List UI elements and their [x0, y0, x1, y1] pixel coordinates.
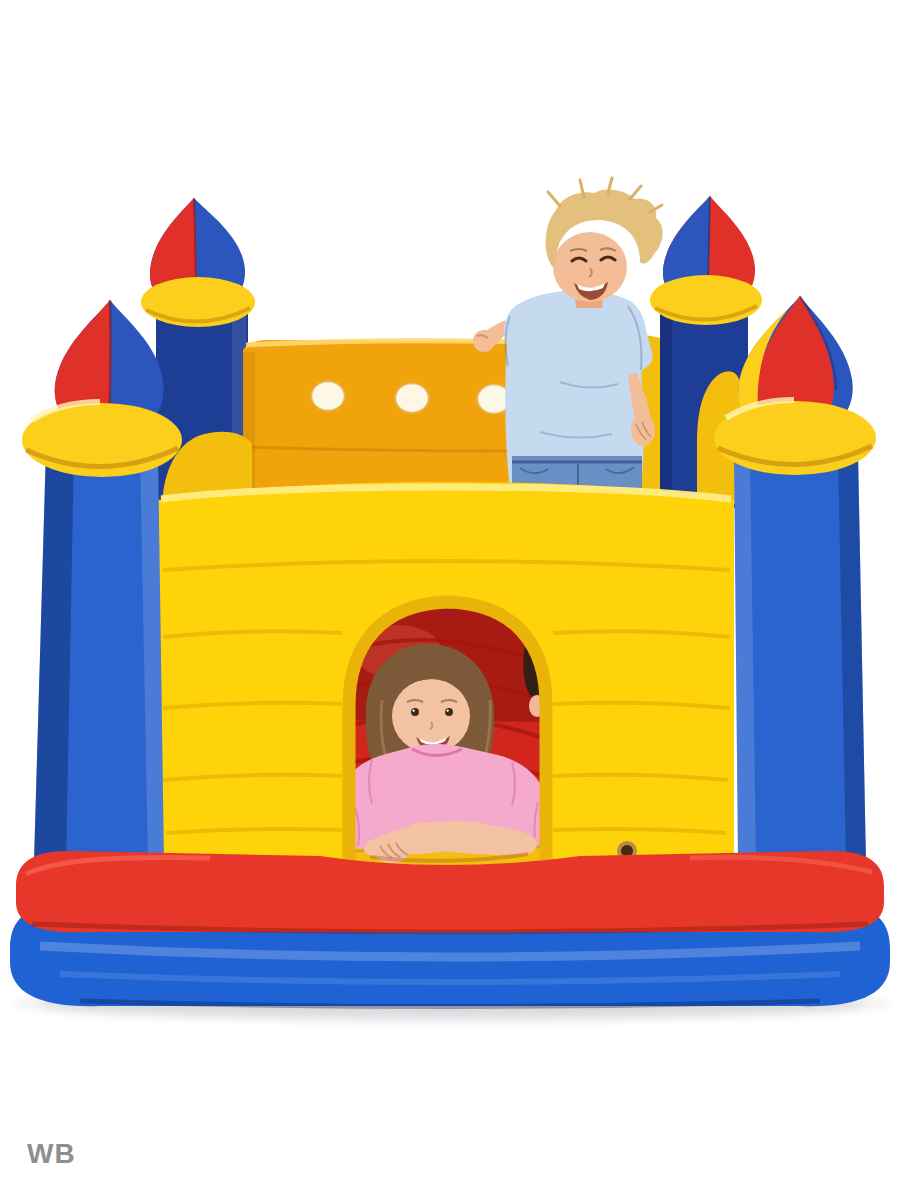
arch-doorway — [332, 602, 552, 874]
tower-ring — [714, 400, 876, 475]
tower-ring — [650, 275, 762, 325]
tower-ring — [141, 277, 255, 327]
wall-hole — [311, 381, 345, 411]
girl-face — [392, 679, 470, 753]
wall-hole — [395, 383, 429, 413]
boy-fist — [473, 330, 495, 352]
girl-eye — [411, 708, 419, 716]
product-photo: WB — [0, 0, 900, 1200]
wb-watermark: WB — [27, 1138, 76, 1170]
front-left-tower — [22, 300, 182, 869]
bounce-castle-illustration — [0, 0, 900, 1200]
girl-eye — [445, 708, 453, 716]
boy-hand — [631, 414, 655, 446]
